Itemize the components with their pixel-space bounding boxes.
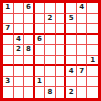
cell-r5c3[interactable]: 8 — [24, 45, 35, 56]
cell-r8c2[interactable] — [14, 77, 25, 88]
cell-r7c3[interactable] — [24, 66, 35, 77]
cell-r3c7[interactable] — [66, 24, 77, 35]
cell-r1c8[interactable]: 4 — [77, 3, 88, 14]
cell-r8c1[interactable]: 3 — [3, 77, 14, 88]
cell-r1c7[interactable] — [66, 3, 77, 14]
cell-r2c3[interactable] — [24, 14, 35, 25]
cell-r6c7[interactable] — [66, 56, 77, 67]
cell-r4c8[interactable] — [77, 35, 88, 46]
cell-r5c2[interactable]: 2 — [14, 45, 25, 56]
cell-r7c5[interactable] — [45, 66, 56, 77]
given-digit: 4 — [79, 4, 84, 11]
cell-r1c6[interactable] — [56, 3, 67, 14]
cell-r3c6[interactable] — [56, 24, 67, 35]
cell-r2c6[interactable] — [56, 14, 67, 25]
cell-r9c1[interactable] — [3, 87, 14, 98]
cell-r8c6[interactable] — [56, 77, 67, 88]
cell-r7c1[interactable] — [3, 66, 14, 77]
given-digit: 6 — [26, 4, 31, 11]
cell-r4c1[interactable] — [3, 35, 14, 46]
cell-r5c8[interactable] — [77, 45, 88, 56]
cell-r9c3[interactable] — [24, 87, 35, 98]
cell-r6c3[interactable] — [24, 56, 35, 67]
given-digit: 1 — [37, 78, 42, 85]
cell-r7c6[interactable] — [56, 66, 67, 77]
cell-r8c8[interactable] — [77, 77, 88, 88]
cell-r1c1[interactable]: 1 — [3, 3, 14, 14]
cell-r2c7[interactable]: 5 — [66, 14, 77, 25]
cell-r8c4[interactable]: 1 — [35, 77, 46, 88]
cell-r9c4[interactable] — [35, 87, 46, 98]
cell-r5c7[interactable] — [66, 45, 77, 56]
cell-r7c2[interactable] — [14, 66, 25, 77]
given-digit: 2 — [69, 89, 74, 96]
cell-r1c2[interactable] — [14, 3, 25, 14]
cell-r6c1[interactable] — [3, 56, 14, 67]
cell-r1c9[interactable] — [87, 3, 98, 14]
cell-r6c5[interactable] — [45, 56, 56, 67]
given-digit: 1 — [5, 4, 10, 11]
given-digit: 2 — [16, 46, 21, 53]
cell-r2c9[interactable] — [87, 14, 98, 25]
cell-r6c8[interactable] — [77, 56, 88, 67]
cell-r2c2[interactable] — [14, 14, 25, 25]
cell-r9c2[interactable] — [14, 87, 25, 98]
cell-r2c5[interactable]: 2 — [45, 14, 56, 25]
cell-r6c6[interactable] — [56, 56, 67, 67]
cell-r2c1[interactable] — [3, 14, 14, 25]
cell-r9c9[interactable] — [87, 87, 98, 98]
cell-r9c6[interactable] — [56, 87, 67, 98]
cell-r2c8[interactable] — [77, 14, 88, 25]
given-digit: 8 — [48, 89, 53, 96]
cell-r8c3[interactable] — [24, 77, 35, 88]
cell-r6c9[interactable]: 1 — [87, 56, 98, 67]
cell-r5c4[interactable] — [35, 45, 46, 56]
given-digit: 1 — [90, 57, 95, 64]
given-digit: 5 — [69, 15, 74, 22]
cell-r5c5[interactable] — [45, 45, 56, 56]
cell-r9c7[interactable]: 2 — [66, 87, 77, 98]
cell-r1c4[interactable] — [35, 3, 46, 14]
cell-r3c9[interactable] — [87, 24, 98, 35]
given-digit: 4 — [16, 36, 21, 43]
cell-r4c9[interactable] — [87, 35, 98, 46]
cell-r7c9[interactable] — [87, 66, 98, 77]
cell-r5c1[interactable] — [3, 45, 14, 56]
cell-r4c4[interactable]: 6 — [35, 35, 46, 46]
given-digit: 7 — [79, 68, 84, 75]
cell-r7c7[interactable]: 4 — [66, 66, 77, 77]
cell-r7c4[interactable] — [35, 66, 46, 77]
cell-r4c5[interactable] — [45, 35, 56, 46]
cell-r8c9[interactable] — [87, 77, 98, 88]
cell-r5c9[interactable] — [87, 45, 98, 56]
cell-r9c5[interactable]: 8 — [45, 87, 56, 98]
cell-r5c6[interactable] — [56, 45, 67, 56]
cell-r4c2[interactable]: 4 — [14, 35, 25, 46]
cell-r4c7[interactable] — [66, 35, 77, 46]
cell-r3c8[interactable] — [77, 24, 88, 35]
cell-r8c7[interactable] — [66, 77, 77, 88]
cell-r4c3[interactable] — [24, 35, 35, 46]
cell-r6c2[interactable] — [14, 56, 25, 67]
given-digit: 3 — [5, 78, 10, 85]
cell-r2c4[interactable] — [35, 14, 46, 25]
given-digit: 6 — [37, 36, 42, 43]
given-digit: 2 — [48, 15, 53, 22]
cell-r3c2[interactable] — [14, 24, 25, 35]
cell-r9c8[interactable] — [77, 87, 88, 98]
given-digit: 4 — [69, 68, 74, 75]
cell-r1c5[interactable] — [45, 3, 56, 14]
cell-r4c6[interactable] — [56, 35, 67, 46]
cell-r1c3[interactable]: 6 — [24, 3, 35, 14]
cell-r6c4[interactable] — [35, 56, 46, 67]
cell-r3c4[interactable] — [35, 24, 46, 35]
cell-r3c3[interactable] — [24, 24, 35, 35]
given-digit: 7 — [5, 25, 10, 32]
sudoku-board: 16425746281473182 — [0, 0, 101, 101]
cell-r8c5[interactable] — [45, 77, 56, 88]
cell-r7c8[interactable]: 7 — [77, 66, 88, 77]
cell-r3c5[interactable] — [45, 24, 56, 35]
given-digit: 8 — [26, 46, 31, 53]
cell-r3c1[interactable]: 7 — [3, 24, 14, 35]
